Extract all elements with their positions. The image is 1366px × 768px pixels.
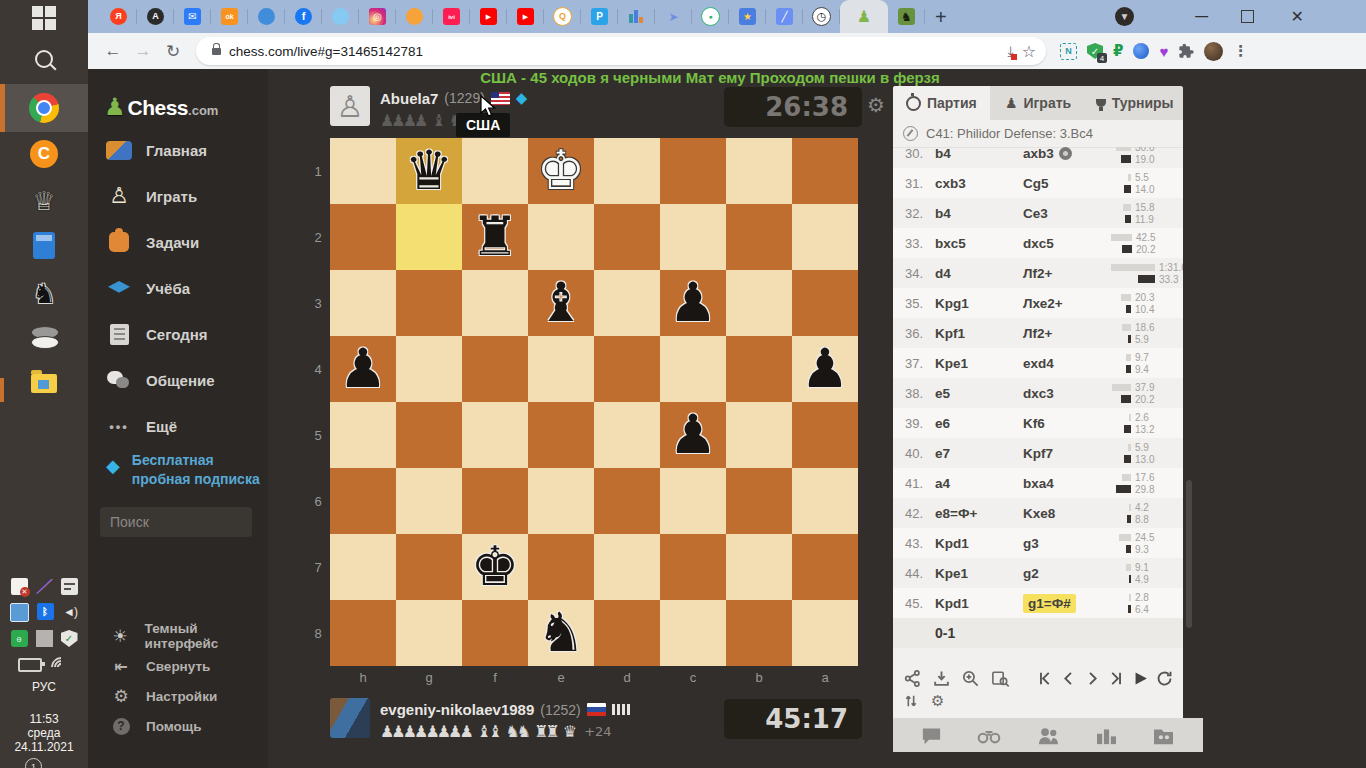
square-a5[interactable] bbox=[792, 402, 858, 468]
tray-display-icon[interactable] bbox=[10, 603, 29, 622]
browser-tab-youtube2[interactable]: ▶ bbox=[507, 0, 544, 33]
back-button[interactable]: ← bbox=[98, 41, 128, 61]
tray-doc-error-icon[interactable] bbox=[11, 578, 28, 595]
move-row-38: 38.e5dxc337.920.2 bbox=[893, 378, 1183, 408]
browser-tab-lichess-clock[interactable]: ◷ bbox=[803, 0, 840, 33]
square-e3[interactable]: ♝ bbox=[528, 270, 594, 336]
taskbar-chrome-active[interactable] bbox=[0, 84, 88, 132]
square-g8[interactable] bbox=[396, 600, 462, 666]
sidebar-footer-label: Темный интерфейс bbox=[145, 621, 268, 651]
move-number: 40. bbox=[905, 446, 935, 461]
system-tray: ╱ ᛒ ◄) ө ✓ РУС 11:53 среда 24.11.2021 1 bbox=[0, 578, 88, 768]
youtube-favicon: ▶ bbox=[480, 8, 497, 25]
sidebar-footer-settings[interactable]: ⚙Настройки bbox=[88, 681, 268, 711]
white-move[interactable]: bxc5 bbox=[935, 236, 1023, 251]
square-b7[interactable] bbox=[726, 534, 792, 600]
extensions-puzzle-icon[interactable] bbox=[1178, 43, 1194, 59]
square-c8[interactable] bbox=[660, 600, 726, 666]
move-row-31: 31.cxb3Cg55.514.0 bbox=[893, 168, 1183, 198]
move-badge-icon bbox=[1059, 147, 1072, 160]
chat-icon[interactable] bbox=[921, 726, 942, 745]
black-move[interactable]: axb3 bbox=[1023, 147, 1111, 161]
white-move[interactable]: cxb3 bbox=[935, 176, 1023, 191]
window-minimize-button[interactable]: ─ bbox=[1195, 0, 1208, 33]
taskbar-knight-app[interactable]: ♞ bbox=[0, 278, 88, 310]
notification-badge: 1 bbox=[25, 758, 42, 768]
square-g4[interactable] bbox=[396, 336, 462, 402]
black-move-text: Cg5 bbox=[1023, 176, 1049, 191]
time-text: 5.9 bbox=[1135, 442, 1173, 453]
square-h7[interactable] bbox=[330, 534, 396, 600]
square-d6[interactable] bbox=[594, 468, 660, 534]
white-move[interactable]: d4 bbox=[935, 266, 1023, 281]
square-a8[interactable] bbox=[792, 600, 858, 666]
white-move[interactable]: Kpe1 bbox=[935, 356, 1023, 371]
tab-game[interactable]: Партия bbox=[893, 86, 990, 120]
white-king-piece[interactable]: ♚ bbox=[537, 138, 585, 204]
black-move[interactable]: Kf6 bbox=[1023, 416, 1111, 431]
square-b3[interactable] bbox=[726, 270, 792, 336]
new-tab-button[interactable]: + bbox=[935, 6, 947, 29]
sidebar-trial-link[interactable]: ◆ Бесплатная пробная подписка bbox=[106, 451, 260, 489]
black-move[interactable]: bxa4 bbox=[1023, 476, 1111, 491]
tab-tournaments[interactable]: Турниры bbox=[1086, 86, 1183, 120]
clock-date: 24.11.2021 bbox=[0, 740, 88, 754]
browser-tab-star-badge[interactable]: ★ bbox=[729, 0, 766, 33]
language-indicator[interactable]: РУС bbox=[0, 680, 88, 694]
extension-shield[interactable]: ✓4 bbox=[1087, 43, 1103, 59]
black-move[interactable]: g1=Ф# bbox=[1023, 594, 1111, 613]
square-b5[interactable] bbox=[726, 402, 792, 468]
square-f2[interactable]: ♜ bbox=[462, 204, 528, 270]
move-times: 2.86.4 bbox=[1128, 592, 1183, 614]
square-h3[interactable] bbox=[330, 270, 396, 336]
black-pawn-piece[interactable]: ♟ bbox=[669, 270, 717, 336]
taskbar-checkers-app[interactable] bbox=[0, 326, 88, 348]
opening-row[interactable]: C41: Philidor Defense: 3.Bc4 bbox=[893, 120, 1183, 148]
square-g7[interactable] bbox=[396, 534, 462, 600]
sidebar-item-home[interactable]: Главная bbox=[88, 127, 268, 173]
autoplay-icon[interactable] bbox=[1132, 670, 1149, 687]
browser-tab-stats[interactable] bbox=[618, 0, 655, 33]
black-time: 10.4 bbox=[1121, 304, 1173, 314]
tab-play[interactable]: ♟Играть bbox=[990, 86, 1087, 120]
rank-label-4: 4 bbox=[310, 362, 326, 377]
time-text: 15.8 bbox=[1135, 202, 1173, 213]
browser-tab-instagram[interactable]: ◎ bbox=[359, 0, 396, 33]
first-move-icon[interactable] bbox=[1036, 670, 1053, 687]
black-pawn-piece[interactable]: ♟ bbox=[669, 402, 717, 468]
board-search-icon[interactable] bbox=[990, 669, 1010, 688]
square-e6[interactable] bbox=[528, 468, 594, 534]
game-panel: Партия ♟Играть Турниры C41: Philidor Def… bbox=[893, 86, 1183, 752]
white-time: 9.1 bbox=[1126, 562, 1173, 572]
tray-window-icon[interactable] bbox=[36, 630, 53, 647]
square-f4[interactable] bbox=[462, 336, 528, 402]
file-label-a: a bbox=[792, 670, 858, 685]
window-close-button[interactable]: ✕ bbox=[1291, 0, 1304, 33]
time-text: 1:31.6 bbox=[1159, 262, 1183, 273]
browser-tab-target[interactable]: ● bbox=[692, 0, 729, 33]
bookmark-star-icon[interactable]: ☆ bbox=[1022, 42, 1036, 61]
square-f1[interactable] bbox=[462, 138, 528, 204]
square-g5[interactable] bbox=[396, 402, 462, 468]
black-move[interactable]: Kpf7 bbox=[1023, 446, 1111, 461]
sidebar-item-learn[interactable]: Учёба bbox=[88, 265, 268, 311]
square-c3[interactable]: ♟ bbox=[660, 270, 726, 336]
bottom-player-avatar[interactable] bbox=[330, 698, 370, 738]
square-c6[interactable] bbox=[660, 468, 726, 534]
black-rook-piece[interactable]: ♜ bbox=[471, 204, 519, 270]
chrome-icon bbox=[29, 93, 59, 123]
square-e5[interactable] bbox=[528, 402, 594, 468]
trophy-icon bbox=[1096, 99, 1106, 107]
square-g6[interactable] bbox=[396, 468, 462, 534]
square-f8[interactable] bbox=[462, 600, 528, 666]
chess-board[interactable]: ♛♚♜♝♟♟♟♟♚♞ bbox=[330, 138, 858, 666]
sidebar-footer-help[interactable]: ?Помощь bbox=[88, 711, 268, 741]
time-text: 30.0 bbox=[1135, 147, 1173, 153]
black-pawn-piece[interactable]: ♟ bbox=[339, 336, 387, 402]
forward-button[interactable]: → bbox=[128, 41, 158, 61]
square-b8[interactable] bbox=[726, 600, 792, 666]
square-h5[interactable] bbox=[330, 402, 396, 468]
browser-tab-chesscom-pawn[interactable]: ♟ bbox=[840, 0, 888, 33]
square-a2[interactable] bbox=[792, 204, 858, 270]
move-row-36: 36.Kpf1Лf2+18.65.9 bbox=[893, 318, 1183, 348]
sidebar-item-more[interactable]: •••Ещё bbox=[88, 403, 268, 449]
tray-feather-icon[interactable]: ╱ bbox=[33, 576, 55, 598]
black-time: 19.0 bbox=[1116, 154, 1173, 164]
square-e2[interactable] bbox=[528, 204, 594, 270]
time-bar bbox=[1126, 305, 1131, 313]
browser-toolbar: ← → ↻ chess.com/live#g=31465142781 ⤓ ☆ N… bbox=[88, 33, 1366, 69]
sidebar-item-label: Главная bbox=[146, 142, 207, 159]
square-d2[interactable] bbox=[594, 204, 660, 270]
square-h8[interactable] bbox=[330, 600, 396, 666]
black-move[interactable]: Лf2+ bbox=[1023, 326, 1111, 341]
sidebar-item-play[interactable]: ♙Играть bbox=[88, 173, 268, 219]
square-h6[interactable] bbox=[330, 468, 396, 534]
white-move[interactable]: b4 bbox=[935, 206, 1023, 221]
settings-icon: ⚙ bbox=[108, 686, 134, 707]
white-move[interactable]: b4 bbox=[935, 147, 1023, 161]
bottom-player-rating: (1252) bbox=[540, 702, 580, 718]
browser-tab-p-blue[interactable]: P bbox=[581, 0, 618, 33]
browser-tab-appgallery[interactable]: A bbox=[137, 0, 174, 33]
move-row-34: 34.d4Лf2+1:31.633.3 bbox=[893, 258, 1183, 288]
time-text: 20.2 bbox=[1136, 244, 1174, 255]
square-a3[interactable] bbox=[792, 270, 858, 336]
sidebar-item-label: Сегодня bbox=[146, 326, 208, 343]
start-button[interactable] bbox=[0, 6, 88, 30]
time-text: 4.2 bbox=[1135, 502, 1173, 513]
move-times: 9.79.4 bbox=[1126, 352, 1183, 374]
square-c2[interactable] bbox=[660, 204, 726, 270]
defender-shield-icon[interactable]: ✓ bbox=[61, 630, 78, 647]
reload-button[interactable]: ↻ bbox=[158, 41, 188, 62]
square-g3[interactable] bbox=[396, 270, 462, 336]
black-move[interactable]: dxc5 bbox=[1023, 236, 1111, 251]
browser-tab-ivi[interactable]: ivi bbox=[433, 0, 470, 33]
black-move[interactable]: g3 bbox=[1023, 536, 1111, 551]
square-d4[interactable] bbox=[594, 336, 660, 402]
extension-ruble-icon[interactable]: ₽ bbox=[1113, 42, 1123, 60]
omnibox[interactable]: chess.com/live#g=31465142781 ⤓ ☆ bbox=[196, 37, 1046, 65]
tab-search-button[interactable]: ▼ bbox=[1115, 0, 1134, 33]
black-move[interactable]: Ce3 bbox=[1023, 206, 1111, 221]
browser-tab-kinopoisk[interactable] bbox=[396, 0, 433, 33]
time-text: 13.0 bbox=[1135, 454, 1173, 465]
move-number: 38. bbox=[905, 386, 935, 401]
taskbar-calculator[interactable] bbox=[0, 232, 88, 259]
q-ring-favicon: Q bbox=[553, 7, 572, 26]
prev-move-icon[interactable] bbox=[1060, 670, 1077, 687]
black-bishop-piece[interactable]: ♝ bbox=[537, 270, 585, 336]
move-number: 35. bbox=[905, 296, 935, 311]
volume-icon[interactable]: ◄) bbox=[62, 603, 79, 620]
square-b6[interactable] bbox=[726, 468, 792, 534]
square-h4[interactable]: ♟ bbox=[330, 336, 396, 402]
square-d1[interactable] bbox=[594, 138, 660, 204]
white-move[interactable]: e6 bbox=[935, 416, 1023, 431]
url-text[interactable]: chess.com/live#g=31465142781 bbox=[229, 44, 1007, 59]
chesscom-logo[interactable]: ♟ Chess .com bbox=[104, 93, 218, 121]
panel-settings-gear-icon[interactable]: ⚙ bbox=[931, 692, 944, 710]
mailru-favicon: ✉ bbox=[184, 8, 201, 25]
square-d3[interactable] bbox=[594, 270, 660, 336]
taskbar-chess-app[interactable]: ♕ bbox=[0, 186, 88, 217]
time-text: 20.2 bbox=[1135, 394, 1173, 405]
clock-weekday: среда bbox=[0, 726, 88, 740]
square-c1[interactable] bbox=[660, 138, 726, 204]
black-time: 29.8 bbox=[1116, 484, 1173, 494]
file-label-h: h bbox=[330, 670, 396, 685]
extension-globe-icon[interactable] bbox=[1133, 43, 1149, 59]
white-move[interactable]: e7 bbox=[935, 446, 1023, 461]
square-d5[interactable] bbox=[594, 402, 660, 468]
square-e7[interactable] bbox=[528, 534, 594, 600]
binoculars-icon[interactable] bbox=[977, 726, 1001, 745]
white-time: 9.7 bbox=[1126, 352, 1173, 362]
black-move[interactable]: exd4 bbox=[1023, 356, 1111, 371]
board-settings-gear-icon[interactable]: ⚙ bbox=[867, 93, 885, 117]
taskbar-search-button[interactable] bbox=[0, 50, 88, 68]
time-bar bbox=[1138, 275, 1155, 283]
square-c5[interactable]: ♟ bbox=[660, 402, 726, 468]
extensions-area: N ✓4 ₽ ♥ ⋮ bbox=[1060, 42, 1248, 61]
black-move[interactable]: g2 bbox=[1023, 566, 1111, 581]
last-move-icon[interactable] bbox=[1108, 670, 1125, 687]
extension-n-icon[interactable]: N bbox=[1060, 43, 1077, 60]
square-a1[interactable] bbox=[792, 138, 858, 204]
browser-tab-youtube[interactable]: ▶ bbox=[470, 0, 507, 33]
window-maximize-button[interactable] bbox=[1241, 0, 1254, 33]
move-times: 24.59.3 bbox=[1119, 532, 1183, 554]
white-time: 18.6 bbox=[1122, 322, 1173, 332]
square-h1[interactable] bbox=[330, 138, 396, 204]
sidebar-item-puzzle[interactable]: Задачи bbox=[88, 219, 268, 265]
taskbar-cryptotab[interactable]: C bbox=[0, 140, 88, 168]
time-bar bbox=[1126, 354, 1131, 361]
next-move-icon[interactable] bbox=[1084, 670, 1101, 687]
black-move[interactable]: Лf2+ bbox=[1023, 266, 1111, 281]
profile-avatar[interactable] bbox=[1204, 42, 1223, 61]
black-pawn-piece[interactable]: ♟ bbox=[801, 336, 849, 402]
share-icon[interactable] bbox=[903, 669, 922, 688]
white-move[interactable]: a4 bbox=[935, 476, 1023, 491]
tray-settings-icon[interactable] bbox=[61, 578, 78, 595]
rank-label-8: 8 bbox=[310, 626, 326, 641]
square-b2[interactable] bbox=[726, 204, 792, 270]
browser-tab-facebook[interactable]: f bbox=[285, 0, 322, 33]
browser-tab-odnoklassniki[interactable]: ok bbox=[211, 0, 248, 33]
browser-tab-twitter[interactable] bbox=[322, 0, 359, 33]
white-move[interactable]: Kpe1 bbox=[935, 566, 1023, 581]
browser-tab-pointer[interactable]: ➤ bbox=[655, 0, 692, 33]
trial-line1: Бесплатная bbox=[132, 452, 214, 468]
black-time: 13.0 bbox=[1124, 454, 1173, 464]
rank-label-1: 1 bbox=[310, 164, 326, 179]
kinopoisk-favicon bbox=[406, 8, 423, 25]
time-text: 17.6 bbox=[1135, 472, 1173, 483]
square-h2[interactable] bbox=[330, 204, 396, 270]
black-queen-piece[interactable]: ♛ bbox=[405, 138, 453, 204]
battery-icon[interactable] bbox=[18, 658, 42, 672]
page-scrollbar-thumb[interactable] bbox=[1186, 480, 1192, 628]
time-bar bbox=[1119, 534, 1131, 541]
sidebar-footer-theme[interactable]: ☀Темный интерфейс bbox=[88, 621, 268, 651]
move-number: 42. bbox=[905, 506, 935, 521]
square-a4[interactable]: ♟ bbox=[792, 336, 858, 402]
appgallery-favicon: A bbox=[147, 8, 164, 25]
black-move[interactable]: Cg5 bbox=[1023, 176, 1111, 191]
move-number: 31. bbox=[905, 176, 935, 191]
lichess-clock-favicon: ◷ bbox=[812, 7, 831, 26]
black-move-text: bxa4 bbox=[1023, 476, 1054, 491]
black-move-text: g2 bbox=[1023, 566, 1039, 581]
black-move[interactable]: dxc3 bbox=[1023, 386, 1111, 401]
square-e4[interactable] bbox=[528, 336, 594, 402]
taskbar-file-explorer[interactable] bbox=[0, 374, 88, 393]
reload-game-icon[interactable] bbox=[1156, 670, 1173, 687]
white-time: 2.6 bbox=[1124, 412, 1173, 422]
chrome-menu-icon[interactable]: ⋮ bbox=[1233, 42, 1248, 60]
black-move[interactable]: Лхе2+ bbox=[1023, 296, 1111, 311]
browser-tab-link-blue[interactable]: ╱ bbox=[766, 0, 803, 33]
browser-tab-q-ring[interactable]: Q bbox=[544, 0, 581, 33]
captured-points: +24 bbox=[584, 724, 611, 739]
black-king-piece[interactable]: ♚ bbox=[471, 534, 519, 600]
bluetooth-icon[interactable]: ᛒ bbox=[37, 603, 54, 620]
black-move-text: Ce3 bbox=[1023, 206, 1048, 221]
ru-flag-icon bbox=[587, 703, 606, 716]
move-number: 30. bbox=[905, 147, 935, 161]
white-time: 42.5 bbox=[1111, 232, 1174, 242]
square-f3[interactable] bbox=[462, 270, 528, 336]
white-move[interactable]: e5 bbox=[935, 386, 1023, 401]
bottom-player-name[interactable]: evgeniy-nikolaev1989 bbox=[380, 701, 534, 718]
square-d7[interactable] bbox=[594, 534, 660, 600]
captured-group: ♞♞ bbox=[505, 722, 528, 741]
white-move[interactable]: Kpd1 bbox=[935, 596, 1023, 611]
move-times: 42.520.2 bbox=[1111, 232, 1183, 254]
games-archive-icon[interactable] bbox=[1152, 726, 1175, 745]
square-f7[interactable]: ♚ bbox=[462, 534, 528, 600]
download-icon[interactable] bbox=[932, 669, 951, 688]
extension-heart-icon[interactable]: ♥ bbox=[1159, 43, 1168, 60]
calculator-icon bbox=[33, 232, 55, 259]
top-player-name[interactable]: Abuela7 bbox=[380, 90, 438, 107]
square-e8[interactable]: ♞ bbox=[528, 600, 594, 666]
white-move[interactable]: Kpf1 bbox=[935, 326, 1023, 341]
top-player-avatar[interactable]: ♙ bbox=[330, 86, 370, 126]
download-blocked-icon[interactable]: ⤓ bbox=[1007, 43, 1013, 60]
sidebar-item-today[interactable]: Сегодня bbox=[88, 311, 268, 357]
sidebar-footer-collapse[interactable]: ⇤Свернуть bbox=[88, 651, 268, 681]
browser-tab-messenger[interactable] bbox=[248, 0, 285, 33]
time-text: 10.4 bbox=[1135, 304, 1173, 315]
stats-favicon bbox=[628, 8, 645, 25]
browser-tab-mailru[interactable]: ✉ bbox=[174, 0, 211, 33]
captured-group: ♜♜ bbox=[534, 722, 557, 741]
square-b4[interactable] bbox=[726, 336, 792, 402]
white-move[interactable]: Kpd1 bbox=[935, 536, 1023, 551]
target-favicon: ● bbox=[701, 7, 720, 26]
square-a6[interactable] bbox=[792, 468, 858, 534]
browser-tab-yandex[interactable]: Я bbox=[100, 0, 137, 33]
star-badge-favicon: ★ bbox=[739, 8, 756, 25]
clock-time[interactable]: 11:53 bbox=[0, 712, 88, 726]
square-g2[interactable] bbox=[396, 204, 462, 270]
sidebar-search-input[interactable] bbox=[100, 507, 252, 537]
black-knight-piece[interactable]: ♞ bbox=[537, 600, 585, 666]
square-a7[interactable] bbox=[792, 534, 858, 600]
checkers-icon bbox=[31, 326, 57, 348]
black-move-text: dxc5 bbox=[1023, 236, 1054, 251]
time-bar bbox=[1128, 444, 1131, 451]
sidebar-item-label: Играть bbox=[146, 188, 197, 205]
windows-taskbar: C ♕ ♞ ╱ ᛒ ◄) ө ✓ РУС 11:53 среда 24.11.2… bbox=[0, 0, 88, 768]
sidebar-item-social[interactable]: Общение bbox=[88, 357, 268, 403]
chess-green-favicon: ♞ bbox=[898, 8, 915, 25]
square-d8[interactable] bbox=[594, 600, 660, 666]
flip-board-icon[interactable] bbox=[903, 693, 919, 709]
square-e1[interactable]: ♚ bbox=[528, 138, 594, 204]
time-text: 20.3 bbox=[1135, 292, 1173, 303]
theme-icon: ☀ bbox=[108, 626, 133, 647]
square-g1[interactable]: ♛ bbox=[396, 138, 462, 204]
square-f5[interactable] bbox=[462, 402, 528, 468]
square-f6[interactable] bbox=[462, 468, 528, 534]
white-move[interactable]: Kpg1 bbox=[935, 296, 1023, 311]
tray-bear-icon[interactable]: ө bbox=[11, 630, 28, 647]
black-move-text: g1=Ф# bbox=[1023, 594, 1076, 613]
black-move[interactable]: Kxe8 bbox=[1023, 506, 1111, 521]
captured-group: ♟♟♟♟♟♟♟♟ bbox=[380, 722, 471, 741]
analysis-zoom-icon[interactable] bbox=[961, 669, 980, 688]
browser-tab-chess-green[interactable]: ♞ bbox=[888, 0, 925, 33]
white-move[interactable]: e8=Ф+ bbox=[935, 506, 1023, 521]
square-b1[interactable] bbox=[726, 138, 792, 204]
friends-icon[interactable] bbox=[1037, 726, 1060, 745]
wifi-icon[interactable] bbox=[50, 655, 70, 671]
explorer-open-indicator bbox=[0, 378, 4, 402]
leaderboard-icon[interactable] bbox=[1096, 726, 1117, 745]
square-c4[interactable] bbox=[660, 336, 726, 402]
move-list[interactable]: 30.b4axb330.019.031.cxb3Cg55.514.032.b4C… bbox=[893, 147, 1183, 662]
square-c7[interactable] bbox=[660, 534, 726, 600]
